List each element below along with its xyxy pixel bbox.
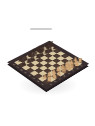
board-frame: ♜♞♝♛♚♝♞♜♟♟♟♟♟♟♟♟♟♟♟♟♟♟♟♟♜♞♝♛♚♝♞♜ abcdefg… (7, 41, 89, 90)
chess-board: ♜♞♝♛♚♝♞♜♟♟♟♟♟♟♟♟♟♟♟♟♟♟♟♟♜♞♝♛♚♝♞♜ abcdefg… (7, 41, 89, 90)
product-photo-chess-set: ♜♞♝♛♚♝♞♜♟♟♟♟♟♟♟♟♟♟♟♟♟♟♟♟♜♞♝♛♚♝♞♜ abcdefg… (0, 0, 95, 126)
photo-scene: ♜♞♝♛♚♝♞♜♟♟♟♟♟♟♟♟♟♟♟♟♟♟♟♟♜♞♝♛♚♝♞♜ abcdefg… (0, 0, 95, 126)
square-d4 (44, 63, 53, 68)
square-b7: ♟ (23, 60, 31, 65)
board-grid: ♜♞♝♛♚♝♞♜♟♟♟♟♟♟♟♟♟♟♟♟♟♟♟♟♜♞♝♛♚♝♞♜ (14, 44, 82, 84)
square-h1: ♜ (73, 61, 82, 66)
piece-white-rook: ♜ (77, 58, 83, 65)
